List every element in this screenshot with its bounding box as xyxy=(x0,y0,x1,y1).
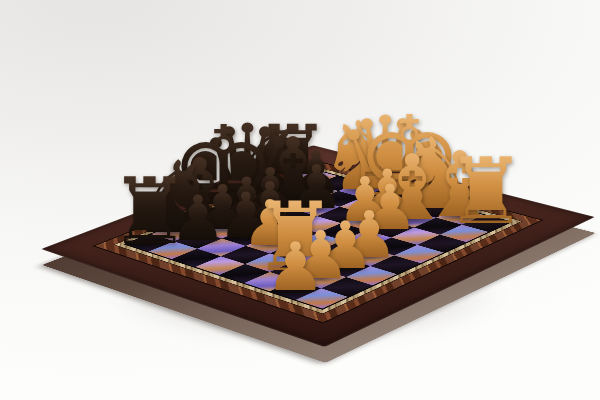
piece-white-pawn[interactable]: ♟ xyxy=(265,234,325,301)
chess-photo-stage: ♞♛♚♞♝♜♜♟♟♝♞♝♟♟♟♛♟♚♟♟♟♝♟♟♟♟♞♟♜♟♜♟ xyxy=(0,0,600,400)
piece-black-rook[interactable]: ♜ xyxy=(109,165,191,256)
piece-white-rook[interactable]: ♜ xyxy=(445,146,527,237)
